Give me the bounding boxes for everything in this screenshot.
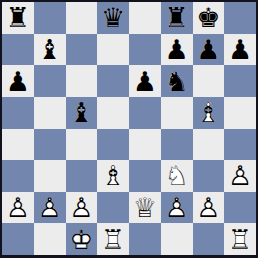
- square-b6[interactable]: [34, 65, 66, 97]
- square-c5[interactable]: ♗♝: [66, 97, 98, 129]
- square-e8[interactable]: [129, 2, 161, 34]
- square-c7[interactable]: [66, 34, 98, 66]
- square-h3[interactable]: ♟♙: [224, 160, 256, 192]
- square-g8[interactable]: ♔♚: [193, 2, 225, 34]
- square-a8[interactable]: ♖♜: [2, 2, 34, 34]
- square-b1[interactable]: [34, 223, 66, 255]
- piece-white-pawn: ♟♙: [161, 192, 193, 224]
- square-f8[interactable]: ♖♜: [161, 2, 193, 34]
- piece-black-pawn: ♙♟: [193, 34, 225, 66]
- square-d2[interactable]: [97, 192, 129, 224]
- square-b5[interactable]: [34, 97, 66, 129]
- square-f2[interactable]: ♟♙: [161, 192, 193, 224]
- square-d7[interactable]: [97, 34, 129, 66]
- piece-black-knight: ♘♞: [161, 65, 193, 97]
- square-a3[interactable]: [2, 160, 34, 192]
- square-g5[interactable]: ♝♗: [193, 97, 225, 129]
- square-g7[interactable]: ♙♟: [193, 34, 225, 66]
- square-c4[interactable]: [66, 129, 98, 161]
- piece-white-king: ♚♔: [66, 223, 98, 255]
- square-d4[interactable]: [97, 129, 129, 161]
- square-a5[interactable]: [2, 97, 34, 129]
- square-e4[interactable]: [129, 129, 161, 161]
- square-b3[interactable]: [34, 160, 66, 192]
- piece-white-pawn: ♟♙: [34, 192, 66, 224]
- piece-black-pawn: ♙♟: [2, 65, 34, 97]
- piece-white-rook: ♜♖: [224, 223, 256, 255]
- square-a4[interactable]: [2, 129, 34, 161]
- piece-white-bishop: ♝♗: [193, 97, 225, 129]
- square-h5[interactable]: [224, 97, 256, 129]
- square-c8[interactable]: [66, 2, 98, 34]
- square-h8[interactable]: [224, 2, 256, 34]
- square-e6[interactable]: ♙♟: [129, 65, 161, 97]
- piece-white-pawn: ♟♙: [2, 192, 34, 224]
- piece-black-bishop: ♗♝: [66, 97, 98, 129]
- piece-black-king: ♔♚: [193, 2, 225, 34]
- piece-black-pawn: ♙♟: [161, 34, 193, 66]
- square-b8[interactable]: [34, 2, 66, 34]
- square-c1[interactable]: ♚♔: [66, 223, 98, 255]
- piece-black-pawn: ♙♟: [129, 65, 161, 97]
- square-a6[interactable]: ♙♟: [2, 65, 34, 97]
- square-d6[interactable]: [97, 65, 129, 97]
- square-d3[interactable]: ♝♗: [97, 160, 129, 192]
- square-b2[interactable]: ♟♙: [34, 192, 66, 224]
- square-e1[interactable]: [129, 223, 161, 255]
- square-c2[interactable]: ♟♙: [66, 192, 98, 224]
- piece-black-pawn: ♙♟: [224, 34, 256, 66]
- square-h6[interactable]: [224, 65, 256, 97]
- square-g4[interactable]: [193, 129, 225, 161]
- square-f4[interactable]: [161, 129, 193, 161]
- square-b4[interactable]: [34, 129, 66, 161]
- square-a1[interactable]: [2, 223, 34, 255]
- square-h1[interactable]: ♜♖: [224, 223, 256, 255]
- square-a7[interactable]: [2, 34, 34, 66]
- piece-black-queen: ♕♛: [97, 2, 129, 34]
- square-f1[interactable]: [161, 223, 193, 255]
- piece-black-bishop: ♗♝: [34, 34, 66, 66]
- square-e7[interactable]: [129, 34, 161, 66]
- piece-white-bishop: ♝♗: [97, 160, 129, 192]
- square-c3[interactable]: [66, 160, 98, 192]
- piece-black-rook: ♖♜: [161, 2, 193, 34]
- piece-white-queen: ♛♕: [129, 192, 161, 224]
- square-f6[interactable]: ♘♞: [161, 65, 193, 97]
- square-g3[interactable]: [193, 160, 225, 192]
- square-a2[interactable]: ♟♙: [2, 192, 34, 224]
- square-h7[interactable]: ♙♟: [224, 34, 256, 66]
- square-g1[interactable]: [193, 223, 225, 255]
- square-f5[interactable]: [161, 97, 193, 129]
- square-g6[interactable]: [193, 65, 225, 97]
- chess-board: ♖♜♕♛♖♜♔♚♗♝♙♟♙♟♙♟♙♟♙♟♘♞♗♝♝♗♝♗♞♘♟♙♟♙♟♙♟♙♛♕…: [0, 0, 258, 258]
- piece-white-pawn: ♟♙: [193, 192, 225, 224]
- square-c6[interactable]: [66, 65, 98, 97]
- square-f3[interactable]: ♞♘: [161, 160, 193, 192]
- square-e3[interactable]: [129, 160, 161, 192]
- square-h4[interactable]: [224, 129, 256, 161]
- square-h2[interactable]: [224, 192, 256, 224]
- square-f7[interactable]: ♙♟: [161, 34, 193, 66]
- square-e5[interactable]: [129, 97, 161, 129]
- piece-white-rook: ♜♖: [97, 223, 129, 255]
- square-d8[interactable]: ♕♛: [97, 2, 129, 34]
- piece-white-pawn: ♟♙: [66, 192, 98, 224]
- piece-white-pawn: ♟♙: [224, 160, 256, 192]
- piece-black-rook: ♖♜: [2, 2, 34, 34]
- square-d5[interactable]: [97, 97, 129, 129]
- square-b7[interactable]: ♗♝: [34, 34, 66, 66]
- chess-diagram: ♖♜♕♛♖♜♔♚♗♝♙♟♙♟♙♟♙♟♙♟♘♞♗♝♝♗♝♗♞♘♟♙♟♙♟♙♟♙♛♕…: [0, 0, 258, 258]
- square-g2[interactable]: ♟♙: [193, 192, 225, 224]
- square-d1[interactable]: ♜♖: [97, 223, 129, 255]
- piece-white-knight: ♞♘: [161, 160, 193, 192]
- square-e2[interactable]: ♛♕: [129, 192, 161, 224]
